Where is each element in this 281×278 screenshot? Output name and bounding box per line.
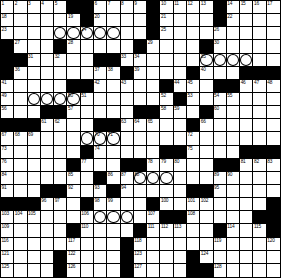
- cell-17-7[interactable]: 106: [81, 211, 94, 224]
- cell-4-20[interactable]: [253, 40, 266, 53]
- cell-5-5[interactable]: 32: [54, 54, 67, 67]
- cell-17-17[interactable]: [214, 211, 227, 224]
- cell-7-5[interactable]: [54, 80, 67, 93]
- cell-7-3[interactable]: [28, 80, 41, 93]
- cell-9-9[interactable]: [107, 106, 120, 119]
- cell-13-4[interactable]: [41, 159, 54, 172]
- cell-11-7[interactable]: [81, 132, 94, 145]
- cell-11-5[interactable]: [54, 132, 67, 145]
- cell-3-5[interactable]: [54, 27, 67, 40]
- cell-10-18[interactable]: [227, 119, 240, 132]
- cell-9-19[interactable]: [240, 106, 253, 119]
- cell-8-7[interactable]: 51: [81, 93, 94, 106]
- cell-13-19[interactable]: 81: [240, 159, 253, 172]
- cell-13-13[interactable]: 79: [160, 159, 173, 172]
- cell-10-16[interactable]: 66: [200, 119, 213, 132]
- cell-13-16[interactable]: [200, 159, 213, 172]
- cell-1-18[interactable]: 14: [227, 1, 240, 14]
- cell-10-21[interactable]: [267, 119, 280, 132]
- cell-9-1[interactable]: 56: [1, 106, 14, 119]
- cell-7-19[interactable]: 46: [240, 80, 253, 93]
- cell-14-4[interactable]: [41, 172, 54, 185]
- cell-1-15[interactable]: 12: [187, 1, 200, 14]
- cell-20-17[interactable]: [214, 251, 227, 264]
- cell-11-8[interactable]: 70: [94, 132, 107, 145]
- cell-1-21[interactable]: 17: [267, 1, 280, 14]
- cell-11-17[interactable]: [214, 132, 227, 145]
- cell-11-6[interactable]: [67, 132, 80, 145]
- cell-3-14[interactable]: [174, 27, 187, 40]
- cell-16-6[interactable]: [67, 198, 80, 211]
- cell-21-12[interactable]: [147, 264, 160, 277]
- cell-9-6[interactable]: 57: [67, 106, 80, 119]
- cell-16-17[interactable]: [214, 198, 227, 211]
- cell-10-5[interactable]: 62: [54, 119, 67, 132]
- cell-4-8[interactable]: [94, 40, 107, 53]
- cell-20-2[interactable]: [14, 251, 27, 264]
- cell-19-11[interactable]: 118: [134, 238, 147, 251]
- cell-1-1[interactable]: 1: [1, 1, 14, 14]
- cell-8-17[interactable]: 54: [214, 93, 227, 106]
- cell-1-9[interactable]: 7: [107, 1, 120, 14]
- cell-1-20[interactable]: 16: [253, 1, 266, 14]
- cell-14-19[interactable]: [240, 172, 253, 185]
- cell-16-11[interactable]: [134, 198, 147, 211]
- cell-8-10[interactable]: [121, 93, 134, 106]
- cell-5-16[interactable]: 35: [200, 54, 213, 67]
- cell-9-20[interactable]: [253, 106, 266, 119]
- cell-11-4[interactable]: [41, 132, 54, 145]
- cell-14-11[interactable]: 88: [134, 172, 147, 185]
- cell-2-10[interactable]: [121, 14, 134, 27]
- cell-16-19[interactable]: [240, 198, 253, 211]
- cell-10-7[interactable]: [81, 119, 94, 132]
- cell-8-2[interactable]: [14, 93, 27, 106]
- cell-8-16[interactable]: [200, 93, 213, 106]
- cell-11-11[interactable]: [134, 132, 147, 145]
- cell-18-1[interactable]: 109: [1, 224, 14, 237]
- cell-12-4[interactable]: [41, 146, 54, 159]
- cell-17-12[interactable]: 107: [147, 211, 160, 224]
- cell-15-14[interactable]: [174, 185, 187, 198]
- cell-3-13[interactable]: 25: [160, 27, 173, 40]
- cell-4-9[interactable]: [107, 40, 120, 53]
- cell-21-11[interactable]: 127: [134, 264, 147, 277]
- cell-15-11[interactable]: [134, 185, 147, 198]
- cell-14-17[interactable]: 89: [214, 172, 227, 185]
- cell-19-7[interactable]: [81, 238, 94, 251]
- cell-9-7[interactable]: [81, 106, 94, 119]
- cell-19-17[interactable]: 119: [214, 238, 227, 251]
- cell-17-6[interactable]: [67, 211, 80, 224]
- cell-4-12[interactable]: 29: [147, 40, 160, 53]
- cell-11-20[interactable]: [253, 132, 266, 145]
- cell-9-10[interactable]: [121, 106, 134, 119]
- cell-12-2[interactable]: [14, 146, 27, 159]
- cell-11-3[interactable]: 69: [28, 132, 41, 145]
- cell-2-14[interactable]: [174, 14, 187, 27]
- cell-7-21[interactable]: 48: [267, 80, 280, 93]
- cell-13-3[interactable]: [28, 159, 41, 172]
- cell-15-18[interactable]: [227, 185, 240, 198]
- cell-3-19[interactable]: [240, 27, 253, 40]
- cell-19-13[interactable]: [160, 238, 173, 251]
- cell-2-13[interactable]: 21: [160, 14, 173, 27]
- cell-19-5[interactable]: [54, 238, 67, 251]
- cell-15-7[interactable]: [81, 185, 94, 198]
- cell-8-21[interactable]: [267, 93, 280, 106]
- cell-19-20[interactable]: [253, 238, 266, 251]
- cell-7-8[interactable]: 42: [94, 80, 107, 93]
- cell-15-13[interactable]: [160, 185, 173, 198]
- cell-21-3[interactable]: [28, 264, 41, 277]
- cell-13-12[interactable]: 78: [147, 159, 160, 172]
- cell-2-20[interactable]: [253, 14, 266, 27]
- cell-14-12[interactable]: [147, 172, 160, 185]
- cell-20-9[interactable]: [107, 251, 120, 264]
- cell-8-11[interactable]: [134, 93, 147, 106]
- cell-19-15[interactable]: [187, 238, 200, 251]
- cell-21-4[interactable]: [41, 264, 54, 277]
- cell-21-8[interactable]: [94, 264, 107, 277]
- cell-8-15[interactable]: 53: [187, 93, 200, 106]
- cell-17-18[interactable]: [227, 211, 240, 224]
- cell-5-18[interactable]: [227, 54, 240, 67]
- cell-3-16[interactable]: [200, 27, 213, 40]
- cell-11-15[interactable]: 72: [187, 132, 200, 145]
- cell-11-1[interactable]: 67: [1, 132, 14, 145]
- cell-4-2[interactable]: 27: [14, 40, 27, 53]
- cell-6-8[interactable]: 37: [94, 67, 107, 80]
- cell-16-8[interactable]: 98: [94, 198, 107, 211]
- cell-20-13[interactable]: [160, 251, 173, 264]
- cell-17-11[interactable]: [134, 211, 147, 224]
- cell-13-5[interactable]: [54, 159, 67, 172]
- cell-6-6[interactable]: [67, 67, 80, 80]
- cell-20-1[interactable]: 121: [1, 251, 14, 264]
- cell-6-14[interactable]: [174, 67, 187, 80]
- cell-16-18[interactable]: [227, 198, 240, 211]
- cell-3-10[interactable]: [121, 27, 134, 40]
- cell-5-20[interactable]: [253, 54, 266, 67]
- cell-20-14[interactable]: [174, 251, 187, 264]
- cell-14-1[interactable]: 84: [1, 172, 14, 185]
- cell-15-1[interactable]: 91: [1, 185, 14, 198]
- cell-21-18[interactable]: [227, 264, 240, 277]
- cell-3-6[interactable]: [67, 27, 80, 40]
- cell-14-7[interactable]: [81, 172, 94, 185]
- cell-13-9[interactable]: [107, 159, 120, 172]
- cell-5-15[interactable]: [187, 54, 200, 67]
- cell-19-16[interactable]: [200, 238, 213, 251]
- cell-12-11[interactable]: [134, 146, 147, 159]
- cell-1-4[interactable]: 4: [41, 1, 54, 14]
- cell-8-4[interactable]: [41, 93, 54, 106]
- cell-2-9[interactable]: [107, 14, 120, 27]
- cell-5-12[interactable]: [147, 54, 160, 67]
- cell-19-12[interactable]: [147, 238, 160, 251]
- cell-7-20[interactable]: 47: [253, 80, 266, 93]
- cell-19-4[interactable]: [41, 238, 54, 251]
- cell-4-18[interactable]: [227, 40, 240, 53]
- cell-3-18[interactable]: [227, 27, 240, 40]
- cell-12-8[interactable]: 74: [94, 146, 107, 159]
- cell-2-4[interactable]: [41, 14, 54, 27]
- cell-5-19[interactable]: [240, 54, 253, 67]
- cell-18-14[interactable]: 113: [174, 224, 187, 237]
- cell-2-1[interactable]: 18: [1, 14, 14, 27]
- cell-16-16[interactable]: 102: [200, 198, 213, 211]
- cell-20-3[interactable]: [28, 251, 41, 264]
- cell-2-15[interactable]: [187, 14, 200, 27]
- cell-15-20[interactable]: [253, 185, 266, 198]
- cell-6-7[interactable]: [81, 67, 94, 80]
- cell-6-4[interactable]: [41, 67, 54, 80]
- cell-6-17[interactable]: [214, 67, 227, 80]
- cell-11-12[interactable]: [147, 132, 160, 145]
- cell-5-7[interactable]: [81, 54, 94, 67]
- cell-16-13[interactable]: 100: [160, 198, 173, 211]
- cell-12-16[interactable]: [200, 146, 213, 159]
- cell-5-14[interactable]: [174, 54, 187, 67]
- cell-5-13[interactable]: [160, 54, 173, 67]
- cell-18-9[interactable]: [107, 224, 120, 237]
- cell-2-3[interactable]: [28, 14, 41, 27]
- cell-13-15[interactable]: [187, 159, 200, 172]
- cell-18-5[interactable]: [54, 224, 67, 237]
- cell-14-6[interactable]: 85: [67, 172, 80, 185]
- cell-2-6[interactable]: 19: [67, 14, 80, 27]
- cell-12-5[interactable]: [54, 146, 67, 159]
- cell-2-19[interactable]: [240, 14, 253, 27]
- cell-12-15[interactable]: 75: [187, 146, 200, 159]
- cell-8-12[interactable]: [147, 93, 160, 106]
- cell-17-5[interactable]: [54, 211, 67, 224]
- cell-21-17[interactable]: 128: [214, 264, 227, 277]
- cell-3-2[interactable]: [14, 27, 27, 40]
- cell-5-6[interactable]: [67, 54, 80, 67]
- cell-19-19[interactable]: [240, 238, 253, 251]
- cell-18-10[interactable]: [121, 224, 134, 237]
- cell-6-2[interactable]: 36: [14, 67, 27, 80]
- cell-21-9[interactable]: [107, 264, 120, 277]
- cell-6-5[interactable]: [54, 67, 67, 80]
- cell-20-18[interactable]: [227, 251, 240, 264]
- cell-9-3[interactable]: [28, 106, 41, 119]
- cell-15-8[interactable]: 93: [94, 185, 107, 198]
- cell-3-20[interactable]: [253, 27, 266, 40]
- cell-7-2[interactable]: [14, 80, 27, 93]
- cell-7-4[interactable]: [41, 80, 54, 93]
- cell-8-8[interactable]: [94, 93, 107, 106]
- cell-2-8[interactable]: 20: [94, 14, 107, 27]
- cell-4-14[interactable]: [174, 40, 187, 53]
- cell-16-15[interactable]: 101: [187, 198, 200, 211]
- cell-8-1[interactable]: 49: [1, 93, 14, 106]
- cell-18-16[interactable]: [200, 224, 213, 237]
- cell-7-10[interactable]: 43: [121, 80, 134, 93]
- cell-4-4[interactable]: [41, 40, 54, 53]
- cell-1-19[interactable]: 15: [240, 1, 253, 14]
- cell-1-10[interactable]: 8: [121, 1, 134, 14]
- cell-3-1[interactable]: 23: [1, 27, 14, 40]
- cell-9-2[interactable]: [14, 106, 27, 119]
- cell-8-6[interactable]: 50: [67, 93, 80, 106]
- cell-10-14[interactable]: [174, 119, 187, 132]
- cell-17-16[interactable]: [200, 211, 213, 224]
- cell-16-4[interactable]: 96: [41, 198, 54, 211]
- cell-13-8[interactable]: [94, 159, 107, 172]
- cell-21-6[interactable]: 126: [67, 264, 80, 277]
- cell-19-18[interactable]: [227, 238, 240, 251]
- cell-4-7[interactable]: [81, 40, 94, 53]
- cell-7-14[interactable]: 44: [174, 80, 187, 93]
- cell-11-16[interactable]: [200, 132, 213, 145]
- cell-19-2[interactable]: [14, 238, 27, 251]
- cell-16-9[interactable]: 99: [107, 198, 120, 211]
- cell-11-9[interactable]: 71: [107, 132, 120, 145]
- cell-10-6[interactable]: [67, 119, 80, 132]
- cell-16-10[interactable]: [121, 198, 134, 211]
- cell-21-19[interactable]: [240, 264, 253, 277]
- cell-3-3[interactable]: [28, 27, 41, 40]
- cell-17-2[interactable]: 104: [14, 211, 27, 224]
- cell-11-2[interactable]: 68: [14, 132, 27, 145]
- cell-12-1[interactable]: 73: [1, 146, 14, 159]
- cell-20-21[interactable]: [267, 251, 280, 264]
- cell-1-11[interactable]: 9: [134, 1, 147, 14]
- cell-5-17[interactable]: [214, 54, 227, 67]
- cell-9-13[interactable]: 58: [160, 106, 173, 119]
- cell-20-6[interactable]: 122: [67, 251, 80, 264]
- cell-12-9[interactable]: [107, 146, 120, 159]
- cell-1-16[interactable]: 13: [200, 1, 213, 14]
- cell-13-20[interactable]: 82: [253, 159, 266, 172]
- cell-19-8[interactable]: [94, 238, 107, 251]
- cell-17-8[interactable]: [94, 211, 107, 224]
- cell-10-11[interactable]: 64: [134, 119, 147, 132]
- cell-17-9[interactable]: [107, 211, 120, 224]
- cell-8-13[interactable]: 52: [160, 93, 173, 106]
- cell-1-2[interactable]: 2: [14, 1, 27, 14]
- cell-20-12[interactable]: [147, 251, 160, 264]
- cell-7-11[interactable]: [134, 80, 147, 93]
- cell-17-15[interactable]: 108: [187, 211, 200, 224]
- cell-3-9[interactable]: [107, 27, 120, 40]
- cell-1-8[interactable]: 6: [94, 1, 107, 14]
- cell-21-7[interactable]: [81, 264, 94, 277]
- cell-18-7[interactable]: 110: [81, 224, 94, 237]
- cell-17-1[interactable]: 103: [1, 211, 14, 224]
- cell-3-8[interactable]: [94, 27, 107, 40]
- cell-5-10[interactable]: 33: [121, 54, 134, 67]
- cell-5-21[interactable]: [267, 54, 280, 67]
- cell-17-4[interactable]: [41, 211, 54, 224]
- cell-12-17[interactable]: [214, 146, 227, 159]
- cell-5-3[interactable]: 31: [28, 54, 41, 67]
- cell-19-21[interactable]: 120: [267, 238, 280, 251]
- cell-6-3[interactable]: [28, 67, 41, 80]
- cell-17-19[interactable]: [240, 211, 253, 224]
- cell-8-19[interactable]: [240, 93, 253, 106]
- cell-9-17[interactable]: 60: [214, 106, 227, 119]
- cell-2-18[interactable]: 22: [227, 14, 240, 27]
- cell-18-8[interactable]: [94, 224, 107, 237]
- cell-15-3[interactable]: [28, 185, 41, 198]
- cell-12-18[interactable]: [227, 146, 240, 159]
- cell-21-1[interactable]: 125: [1, 264, 14, 277]
- cell-9-21[interactable]: [267, 106, 280, 119]
- cell-18-3[interactable]: [28, 224, 41, 237]
- cell-14-2[interactable]: [14, 172, 27, 185]
- cell-13-7[interactable]: 77: [81, 159, 94, 172]
- cell-8-20[interactable]: [253, 93, 266, 106]
- cell-19-9[interactable]: [107, 238, 120, 251]
- cell-2-21[interactable]: [267, 14, 280, 27]
- cell-3-17[interactable]: 26: [214, 27, 227, 40]
- cell-3-11[interactable]: [134, 27, 147, 40]
- cell-15-10[interactable]: 94: [121, 185, 134, 198]
- cell-5-4[interactable]: [41, 54, 54, 67]
- cell-6-16[interactable]: 40: [200, 67, 213, 80]
- cell-18-19[interactable]: [240, 224, 253, 237]
- cell-8-18[interactable]: 55: [227, 93, 240, 106]
- cell-14-18[interactable]: 90: [227, 172, 240, 185]
- cell-4-17[interactable]: 30: [214, 40, 227, 53]
- cell-20-11[interactable]: 123: [134, 251, 147, 264]
- cell-15-2[interactable]: [14, 185, 27, 198]
- cell-8-5[interactable]: [54, 93, 67, 106]
- cell-4-21[interactable]: [267, 40, 280, 53]
- cell-7-9[interactable]: [107, 80, 120, 93]
- cell-20-7[interactable]: [81, 251, 94, 264]
- cell-16-20[interactable]: [253, 198, 266, 211]
- cell-9-8[interactable]: [94, 106, 107, 119]
- cell-18-2[interactable]: [14, 224, 27, 237]
- cell-10-19[interactable]: [240, 119, 253, 132]
- cell-21-20[interactable]: [253, 264, 266, 277]
- cell-13-21[interactable]: 83: [267, 159, 280, 172]
- cell-20-8[interactable]: [94, 251, 107, 264]
- cell-18-12[interactable]: 111: [147, 224, 160, 237]
- cell-1-3[interactable]: 3: [28, 1, 41, 14]
- cell-4-3[interactable]: [28, 40, 41, 53]
- cell-3-7[interactable]: 24: [81, 27, 94, 40]
- cell-2-16[interactable]: [200, 14, 213, 27]
- cell-19-6[interactable]: 117: [67, 238, 80, 251]
- cell-10-4[interactable]: 61: [41, 119, 54, 132]
- cell-6-12[interactable]: [147, 67, 160, 80]
- cell-11-18[interactable]: [227, 132, 240, 145]
- cell-14-14[interactable]: [174, 172, 187, 185]
- cell-6-13[interactable]: [160, 67, 173, 80]
- cell-14-9[interactable]: 86: [107, 172, 120, 185]
- cell-21-14[interactable]: [174, 264, 187, 277]
- cell-20-20[interactable]: [253, 251, 266, 264]
- cell-14-3[interactable]: [28, 172, 41, 185]
- cell-15-17[interactable]: 95: [214, 185, 227, 198]
- cell-14-10[interactable]: 87: [121, 172, 134, 185]
- cell-11-14[interactable]: [174, 132, 187, 145]
- cell-18-18[interactable]: 114: [227, 224, 240, 237]
- cell-2-11[interactable]: [134, 14, 147, 27]
- cell-16-5[interactable]: 97: [54, 198, 67, 211]
- cell-19-3[interactable]: [28, 238, 41, 251]
- cell-17-3[interactable]: 105: [28, 211, 41, 224]
- cell-10-20[interactable]: [253, 119, 266, 132]
- cell-3-15[interactable]: [187, 27, 200, 40]
- cell-4-19[interactable]: [240, 40, 253, 53]
